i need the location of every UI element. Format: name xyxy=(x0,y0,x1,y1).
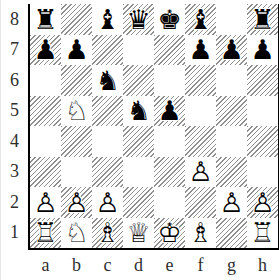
square-e5[interactable]: ♟ xyxy=(154,96,185,127)
piece-white-knight-b1[interactable]: ♘ xyxy=(61,218,92,249)
square-g7[interactable]: ♟ xyxy=(216,35,247,66)
piece-black-pawn-f7[interactable]: ♟ xyxy=(185,35,216,66)
file-label-e: e xyxy=(154,252,185,278)
square-d4[interactable] xyxy=(123,126,154,157)
square-h5[interactable] xyxy=(247,96,278,127)
square-f4[interactable] xyxy=(185,126,216,157)
square-c4[interactable] xyxy=(92,126,123,157)
square-d6[interactable] xyxy=(123,65,154,96)
piece-white-rook-a1[interactable]: ♖ xyxy=(30,218,61,249)
piece-black-bishop-f8[interactable]: ♝ xyxy=(185,4,216,35)
square-b5[interactable]: ♞♘ xyxy=(61,96,92,127)
square-c8[interactable]: ♝ xyxy=(92,4,123,35)
square-f5[interactable] xyxy=(185,96,216,127)
square-c1[interactable]: ♝♗ xyxy=(92,218,123,249)
square-b2[interactable]: ♟♙ xyxy=(61,187,92,218)
square-e8[interactable]: ♚ xyxy=(154,4,185,35)
square-b4[interactable] xyxy=(61,126,92,157)
square-d3[interactable] xyxy=(123,157,154,188)
square-e6[interactable] xyxy=(154,65,185,96)
file-label-d: d xyxy=(123,252,154,278)
square-h4[interactable] xyxy=(247,126,278,157)
piece-white-queen-d1[interactable]: ♕ xyxy=(123,218,154,249)
square-b1[interactable]: ♞♘ xyxy=(61,218,92,249)
square-h8[interactable]: ♜ xyxy=(247,4,278,35)
square-c3[interactable] xyxy=(92,157,123,188)
square-h3[interactable] xyxy=(247,157,278,188)
file-label-f: f xyxy=(185,252,216,278)
piece-black-pawn-g7[interactable]: ♟ xyxy=(216,35,247,66)
piece-black-pawn-b7[interactable]: ♟ xyxy=(61,35,92,66)
piece-black-knight-d5[interactable]: ♞ xyxy=(123,96,154,127)
square-a8[interactable]: ♜ xyxy=(30,4,61,35)
piece-white-pawn-a2[interactable]: ♙ xyxy=(30,187,61,218)
square-a4[interactable] xyxy=(30,126,61,157)
square-g2[interactable]: ♟♙ xyxy=(216,187,247,218)
square-a2[interactable]: ♟♙ xyxy=(30,187,61,218)
file-label-h: h xyxy=(247,252,278,278)
square-e7[interactable] xyxy=(154,35,185,66)
rank-label-5: 5 xyxy=(1,96,28,127)
square-d8[interactable]: ♛ xyxy=(123,4,154,35)
square-a5[interactable] xyxy=(30,96,61,127)
square-b6[interactable] xyxy=(61,65,92,96)
piece-white-pawn-g2[interactable]: ♙ xyxy=(216,187,247,218)
square-c7[interactable] xyxy=(92,35,123,66)
file-label-c: c xyxy=(92,252,123,278)
piece-white-king-e1[interactable]: ♔ xyxy=(154,218,185,249)
rank-label-1: 1 xyxy=(1,218,28,249)
square-a7[interactable]: ♟ xyxy=(30,35,61,66)
square-g3[interactable] xyxy=(216,157,247,188)
file-label-a: a xyxy=(30,252,61,278)
square-d5[interactable]: ♞ xyxy=(123,96,154,127)
piece-black-queen-d8[interactable]: ♛ xyxy=(123,4,154,35)
square-d1[interactable]: ♛♕ xyxy=(123,218,154,249)
square-e2[interactable] xyxy=(154,187,185,218)
square-e1[interactable]: ♚♔ xyxy=(154,218,185,249)
square-f3[interactable]: ♟♙ xyxy=(185,157,216,188)
square-d2[interactable] xyxy=(123,187,154,218)
square-f8[interactable]: ♝ xyxy=(185,4,216,35)
piece-white-knight-b5[interactable]: ♘ xyxy=(61,96,92,127)
piece-white-pawn-f3[interactable]: ♙ xyxy=(185,157,216,188)
square-d7[interactable] xyxy=(123,35,154,66)
file-label-b: b xyxy=(61,252,92,278)
piece-black-rook-a8[interactable]: ♜ xyxy=(30,4,61,35)
piece-white-bishop-c1[interactable]: ♗ xyxy=(92,218,123,249)
chess-diagram: 87654321 ♜♝♛♚♝♜♟♟♟♟♟♞♞♘♞♟♟♙♟♙♟♙♟♙♟♙♟♙♜♖♞… xyxy=(0,0,279,280)
square-a6[interactable] xyxy=(30,65,61,96)
rank-label-7: 7 xyxy=(1,35,28,66)
piece-black-bishop-c8[interactable]: ♝ xyxy=(92,4,123,35)
rank-label-6: 6 xyxy=(1,65,28,96)
piece-black-knight-c6[interactable]: ♞ xyxy=(92,65,123,96)
file-label-g: g xyxy=(216,252,247,278)
piece-black-pawn-h7[interactable]: ♟ xyxy=(247,35,278,66)
rank-label-8: 8 xyxy=(1,4,28,35)
piece-white-pawn-b2[interactable]: ♙ xyxy=(61,187,92,218)
rank-label-2: 2 xyxy=(1,187,28,218)
square-h7[interactable]: ♟ xyxy=(247,35,278,66)
rank-label-4: 4 xyxy=(1,126,28,157)
square-b7[interactable]: ♟ xyxy=(61,35,92,66)
piece-white-bishop-f1[interactable]: ♗ xyxy=(185,218,216,249)
piece-black-pawn-e5[interactable]: ♟ xyxy=(154,96,185,127)
piece-white-rook-h1[interactable]: ♖ xyxy=(247,218,278,249)
square-h2[interactable]: ♟♙ xyxy=(247,187,278,218)
square-c2[interactable]: ♟♙ xyxy=(92,187,123,218)
square-c6[interactable]: ♞ xyxy=(92,65,123,96)
piece-white-pawn-c2[interactable]: ♙ xyxy=(92,187,123,218)
piece-black-rook-h8[interactable]: ♜ xyxy=(247,4,278,35)
square-a1[interactable]: ♜♖ xyxy=(30,218,61,249)
piece-white-pawn-h2[interactable]: ♙ xyxy=(247,187,278,218)
square-g5[interactable] xyxy=(216,96,247,127)
square-g1[interactable] xyxy=(216,218,247,249)
square-f7[interactable]: ♟ xyxy=(185,35,216,66)
file-labels: abcdefgh xyxy=(30,252,278,278)
square-c5[interactable] xyxy=(92,96,123,127)
square-f6[interactable] xyxy=(185,65,216,96)
square-g4[interactable] xyxy=(216,126,247,157)
square-e4[interactable] xyxy=(154,126,185,157)
square-b8[interactable] xyxy=(61,4,92,35)
square-b3[interactable] xyxy=(61,157,92,188)
square-e3[interactable] xyxy=(154,157,185,188)
piece-black-pawn-a7[interactable]: ♟ xyxy=(30,35,61,66)
chess-board: ♜♝♛♚♝♜♟♟♟♟♟♞♞♘♞♟♟♙♟♙♟♙♟♙♟♙♟♙♜♖♞♘♝♗♛♕♚♔♝♗… xyxy=(28,4,279,250)
square-g8[interactable] xyxy=(216,4,247,35)
rank-label-3: 3 xyxy=(1,157,28,188)
square-h6[interactable] xyxy=(247,65,278,96)
rank-labels: 87654321 xyxy=(1,4,28,248)
square-h1[interactable]: ♜♖ xyxy=(247,218,278,249)
piece-black-king-e8[interactable]: ♚ xyxy=(154,4,185,35)
square-f1[interactable]: ♝♗ xyxy=(185,218,216,249)
square-g6[interactable] xyxy=(216,65,247,96)
square-a3[interactable] xyxy=(30,157,61,188)
square-f2[interactable] xyxy=(185,187,216,218)
